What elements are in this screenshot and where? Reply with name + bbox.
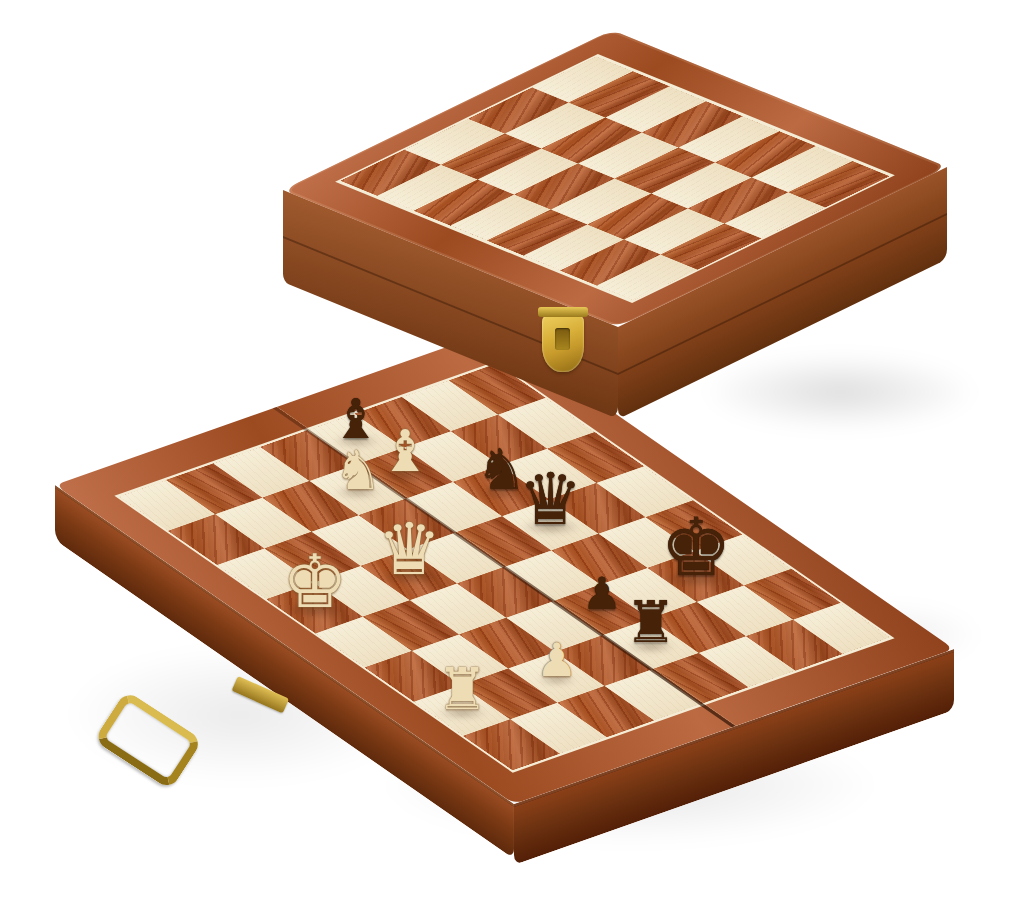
piece-white-king[interactable]: ♚	[282, 545, 348, 618]
box-lid	[283, 30, 947, 327]
brass-hook-plate	[231, 676, 289, 713]
piece-white-pawn[interactable]: ♟	[536, 638, 577, 684]
piece-white-bishop[interactable]: ♝	[379, 424, 431, 482]
piece-white-queen[interactable]: ♛	[377, 513, 441, 584]
piece-dark-queen[interactable]: ♛	[519, 464, 583, 535]
lid-checkerboard	[341, 57, 889, 301]
piece-dark-rook[interactable]: ♜	[625, 594, 677, 652]
shadow-under-box	[690, 350, 990, 434]
piece-white-rook[interactable]: ♜	[437, 661, 489, 719]
piece-dark-king[interactable]: ♚	[660, 508, 732, 588]
product-photo-scene: ♝♝♞♞♛♛♚♚♟♜♟♜	[0, 0, 1020, 923]
brass-clasp	[542, 314, 584, 372]
shadow-under-board-bottom	[360, 720, 900, 850]
piece-dark-pawn[interactable]: ♟	[582, 572, 622, 616]
board-grid	[119, 364, 890, 770]
brass-hook	[93, 690, 203, 790]
piece-white-knight[interactable]: ♞	[334, 443, 382, 497]
board-surface	[55, 330, 954, 804]
